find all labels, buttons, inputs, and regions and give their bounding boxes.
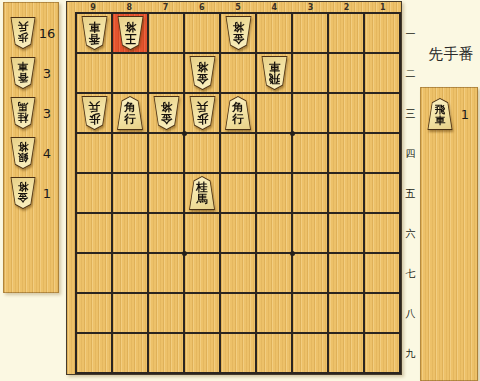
- koma-kanji: 香車: [18, 61, 29, 85]
- square-77[interactable]: [149, 254, 183, 292]
- koma-face: 桂馬: [190, 177, 215, 209]
- square-38[interactable]: [293, 294, 327, 332]
- square-89[interactable]: [113, 334, 147, 372]
- file-label-1: 1: [365, 2, 401, 12]
- square-79[interactable]: [149, 334, 183, 372]
- koma-shape: 金将: [225, 16, 252, 50]
- piece-bishop-sente[interactable]: 角行: [117, 96, 144, 130]
- piece-rook-gote[interactable]: 飛車: [261, 56, 288, 90]
- square-14[interactable]: [365, 134, 399, 172]
- koma-shape: 金将: [153, 96, 180, 130]
- shogi-board: 987654321 香車王将金将金将飛車歩兵角行金将歩兵角行桂馬: [66, 1, 402, 375]
- hoshi-dot: [290, 131, 295, 136]
- koma-face: 金将: [190, 57, 215, 89]
- koma-kanji: 飛車: [435, 102, 446, 126]
- koma-kanji: 歩兵: [196, 100, 208, 126]
- koma-kanji: 金将: [232, 20, 244, 46]
- square-61[interactable]: [185, 14, 219, 52]
- koma-shape: 桂馬: [10, 97, 36, 129]
- hand-count-rook: 1: [453, 107, 477, 122]
- gote-hand-lance: 香車3: [4, 53, 58, 93]
- koma-kanji: 桂馬: [18, 101, 29, 125]
- gote-hand-panel: 歩兵16香車3桂馬3銀将4金将1: [3, 2, 59, 293]
- koma-shape: 歩兵: [10, 17, 36, 49]
- koma-shape: 歩兵: [189, 96, 216, 130]
- square-85[interactable]: [113, 174, 147, 212]
- square-29[interactable]: [329, 334, 363, 372]
- rank-label-6: 六: [402, 214, 419, 254]
- file-label-8: 8: [111, 2, 147, 12]
- koma-kanji: 銀将: [18, 141, 29, 165]
- square-68[interactable]: [185, 294, 219, 332]
- square-64[interactable]: [185, 134, 219, 172]
- square-91[interactable]: 香車: [77, 14, 111, 52]
- koma-shape: 香車: [81, 16, 108, 50]
- square-22[interactable]: [329, 54, 363, 92]
- square-57[interactable]: [221, 254, 255, 292]
- gote-hand-pawn: 歩兵16: [4, 13, 58, 53]
- koma-shape: 銀将: [10, 137, 36, 169]
- square-54[interactable]: [221, 134, 255, 172]
- piece-knight-gote[interactable]: 桂馬: [10, 97, 36, 129]
- square-28[interactable]: [329, 294, 363, 332]
- square-83[interactable]: 角行: [113, 94, 147, 132]
- hand-count-lance: 3: [36, 66, 58, 81]
- piece-gold-gote[interactable]: 金将: [225, 16, 252, 50]
- file-label-7: 7: [147, 2, 183, 12]
- rank-label-2: 二: [402, 54, 419, 94]
- square-11[interactable]: [365, 14, 399, 52]
- hand-count-gold: 1: [36, 186, 58, 201]
- koma-shape: 歩兵: [81, 96, 108, 130]
- square-24[interactable]: [329, 134, 363, 172]
- square-15[interactable]: [365, 174, 399, 212]
- piece-silver-gote[interactable]: 銀将: [10, 137, 36, 169]
- square-98[interactable]: [77, 294, 111, 332]
- koma-face: 歩兵: [82, 97, 107, 129]
- square-46[interactable]: [257, 214, 291, 252]
- square-53[interactable]: 角行: [221, 94, 255, 132]
- koma-face: 金将: [154, 97, 179, 129]
- square-26[interactable]: [329, 214, 363, 252]
- koma-shape: 金将: [189, 56, 216, 90]
- piece-pawn-gote[interactable]: 歩兵: [81, 96, 108, 130]
- square-86[interactable]: [113, 214, 147, 252]
- gote-hand-knight: 桂馬3: [4, 93, 58, 133]
- gote-hand-gold: 金将1: [4, 173, 58, 213]
- rank-label-8: 八: [402, 294, 419, 334]
- koma-shape: 香車: [10, 57, 36, 89]
- koma-face: 桂馬: [11, 98, 35, 128]
- koma-face: 王将: [118, 17, 143, 49]
- hand-count-pawn: 16: [36, 26, 58, 41]
- koma-face: 香車: [11, 58, 35, 88]
- file-label-3: 3: [292, 2, 328, 12]
- square-33[interactable]: [293, 94, 327, 132]
- rank-label-4: 四: [402, 134, 419, 174]
- koma-shape: 王将: [117, 16, 144, 50]
- piece-lance-gote[interactable]: 香車: [10, 57, 36, 89]
- square-21[interactable]: [329, 14, 363, 52]
- koma-kanji: 飛車: [268, 60, 280, 86]
- board-grid: 香車王将金将金将飛車歩兵角行金将歩兵角行桂馬: [75, 12, 401, 374]
- hoshi-dot: [182, 251, 187, 256]
- square-99[interactable]: [77, 334, 111, 372]
- square-17[interactable]: [365, 254, 399, 292]
- square-95[interactable]: [77, 174, 111, 212]
- square-87[interactable]: [113, 254, 147, 292]
- sente-hand-rook: 飛車1: [421, 94, 477, 134]
- square-12[interactable]: [365, 54, 399, 92]
- square-84[interactable]: [113, 134, 147, 172]
- square-88[interactable]: [113, 294, 147, 332]
- koma-face: 金将: [11, 178, 35, 208]
- koma-kanji: 金将: [160, 100, 172, 126]
- koma-kanji: 金将: [18, 181, 29, 205]
- square-51[interactable]: 金将: [221, 14, 255, 52]
- square-81[interactable]: 王将: [113, 14, 147, 52]
- square-48[interactable]: [257, 294, 291, 332]
- square-41[interactable]: [257, 14, 291, 52]
- koma-shape: 飛車: [427, 98, 453, 130]
- square-82[interactable]: [113, 54, 147, 92]
- square-96[interactable]: [77, 214, 111, 252]
- square-93[interactable]: 歩兵: [77, 94, 111, 132]
- koma-face: 銀将: [11, 138, 35, 168]
- rank-label-7: 七: [402, 254, 419, 294]
- square-39[interactable]: [293, 334, 327, 372]
- square-56[interactable]: [221, 214, 255, 252]
- piece-gold-gote[interactable]: 金将: [189, 56, 216, 90]
- koma-kanji: 角行: [232, 100, 244, 126]
- piece-knight-sente[interactable]: 桂馬: [189, 176, 216, 210]
- square-62[interactable]: 金将: [185, 54, 219, 92]
- koma-kanji: 歩兵: [18, 21, 29, 45]
- piece-pawn-gote[interactable]: 歩兵: [189, 96, 216, 130]
- piece-lance-gote[interactable]: 香車: [81, 16, 108, 50]
- koma-face: 歩兵: [11, 18, 35, 48]
- square-73[interactable]: 金将: [149, 94, 183, 132]
- file-label-6: 6: [184, 2, 220, 12]
- square-59[interactable]: [221, 334, 255, 372]
- file-label-2: 2: [329, 2, 365, 12]
- square-66[interactable]: [185, 214, 219, 252]
- koma-face: 金将: [226, 17, 251, 49]
- square-52[interactable]: [221, 54, 255, 92]
- square-75[interactable]: [149, 174, 183, 212]
- hand-count-silver: 4: [36, 146, 58, 161]
- square-67[interactable]: [185, 254, 219, 292]
- square-25[interactable]: [329, 174, 363, 212]
- turn-indicator: 先手番: [422, 45, 480, 64]
- square-45[interactable]: [257, 174, 291, 212]
- piece-gold-gote[interactable]: 金将: [10, 177, 36, 209]
- square-69[interactable]: [185, 334, 219, 372]
- koma-shape: 桂馬: [189, 176, 216, 210]
- square-44[interactable]: [257, 134, 291, 172]
- square-94[interactable]: [77, 134, 111, 172]
- square-76[interactable]: [149, 214, 183, 252]
- square-47[interactable]: [257, 254, 291, 292]
- file-label-5: 5: [220, 2, 256, 12]
- gote-hand-silver: 銀将4: [4, 133, 58, 173]
- square-43[interactable]: [257, 94, 291, 132]
- koma-shape: 金将: [10, 177, 36, 209]
- koma-face: 香車: [82, 17, 107, 49]
- square-78[interactable]: [149, 294, 183, 332]
- square-49[interactable]: [257, 334, 291, 372]
- square-58[interactable]: [221, 294, 255, 332]
- rank-labels: 一二三四五六七八九: [402, 14, 419, 374]
- square-32[interactable]: [293, 54, 327, 92]
- square-65[interactable]: 桂馬: [185, 174, 219, 212]
- square-74[interactable]: [149, 134, 183, 172]
- square-36[interactable]: [293, 214, 327, 252]
- hoshi-dot: [182, 131, 187, 136]
- square-13[interactable]: [365, 94, 399, 132]
- file-label-9: 9: [75, 2, 111, 12]
- hand-count-knight: 3: [36, 106, 58, 121]
- square-23[interactable]: [329, 94, 363, 132]
- square-27[interactable]: [329, 254, 363, 292]
- square-31[interactable]: [293, 14, 327, 52]
- piece-bishop-sente[interactable]: 角行: [225, 96, 252, 130]
- square-35[interactable]: [293, 174, 327, 212]
- koma-face: 飛車: [262, 57, 287, 89]
- koma-kanji: 王将: [124, 20, 136, 46]
- square-97[interactable]: [77, 254, 111, 292]
- square-37[interactable]: [293, 254, 327, 292]
- square-72[interactable]: [149, 54, 183, 92]
- rank-label-5: 五: [402, 174, 419, 214]
- square-92[interactable]: [77, 54, 111, 92]
- square-55[interactable]: [221, 174, 255, 212]
- piece-gold-gote[interactable]: 金将: [153, 96, 180, 130]
- square-19[interactable]: [365, 334, 399, 372]
- rank-label-1: 一: [402, 14, 419, 54]
- rank-label-3: 三: [402, 94, 419, 134]
- koma-kanji: 金将: [196, 60, 208, 86]
- square-71[interactable]: [149, 14, 183, 52]
- koma-face: 飛車: [428, 99, 452, 129]
- koma-kanji: 香車: [88, 20, 100, 46]
- square-42[interactable]: 飛車: [257, 54, 291, 92]
- sente-hand-panel: 飛車1: [420, 87, 478, 381]
- koma-face: 角行: [118, 97, 143, 129]
- square-63[interactable]: 歩兵: [185, 94, 219, 132]
- hoshi-dot: [290, 251, 295, 256]
- square-16[interactable]: [365, 214, 399, 252]
- koma-face: 角行: [226, 97, 251, 129]
- square-34[interactable]: [293, 134, 327, 172]
- file-labels: 987654321: [75, 2, 401, 12]
- piece-pawn-gote[interactable]: 歩兵: [10, 17, 36, 49]
- square-18[interactable]: [365, 294, 399, 332]
- koma-kanji: 桂馬: [196, 180, 208, 206]
- piece-king-gote[interactable]: 王将: [117, 16, 144, 50]
- shogi-diagram: 歩兵16香車3桂馬3銀将4金将1 987654321 香車王将金将金将飛車歩兵角…: [0, 0, 480, 381]
- piece-rook-sente[interactable]: 飛車: [427, 98, 453, 130]
- koma-shape: 飛車: [261, 56, 288, 90]
- koma-kanji: 歩兵: [88, 100, 100, 126]
- koma-kanji: 角行: [124, 100, 136, 126]
- koma-shape: 角行: [225, 96, 252, 130]
- koma-face: 歩兵: [190, 97, 215, 129]
- file-label-4: 4: [256, 2, 292, 12]
- koma-shape: 角行: [117, 96, 144, 130]
- rank-label-9: 九: [402, 334, 419, 374]
